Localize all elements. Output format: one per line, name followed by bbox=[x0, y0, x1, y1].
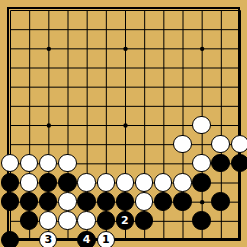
board-intersection bbox=[20, 39, 39, 58]
board-intersection bbox=[230, 134, 247, 153]
board-intersection bbox=[77, 58, 96, 77]
board-intersection bbox=[230, 96, 247, 115]
board-intersection bbox=[0, 0, 19, 19]
board-intersection bbox=[211, 0, 230, 19]
board-intersection bbox=[192, 173, 211, 192]
board-intersection bbox=[115, 115, 134, 134]
board-intersection bbox=[58, 230, 77, 247]
board-intersection bbox=[20, 58, 39, 77]
board-intersection: 2 bbox=[115, 211, 134, 230]
board-intersection bbox=[192, 96, 211, 115]
board-intersection bbox=[211, 230, 230, 247]
board-intersection bbox=[96, 77, 115, 96]
board-intersection bbox=[20, 154, 39, 173]
board-intersection bbox=[230, 58, 247, 77]
white-stone bbox=[20, 154, 38, 172]
go-board: 2341 bbox=[0, 0, 247, 247]
white-stone bbox=[58, 211, 76, 229]
board-intersection bbox=[230, 115, 247, 134]
board-intersection bbox=[173, 173, 192, 192]
board-intersection bbox=[211, 173, 230, 192]
board-intersection bbox=[230, 39, 247, 58]
board-intersection bbox=[77, 20, 96, 39]
board-intersection bbox=[115, 39, 134, 58]
board-intersection bbox=[58, 0, 77, 19]
board-intersection bbox=[20, 20, 39, 39]
board-intersection bbox=[58, 154, 77, 173]
board-intersection bbox=[39, 173, 58, 192]
board-intersection bbox=[115, 192, 134, 211]
board-intersection bbox=[134, 58, 153, 77]
board-intersection bbox=[154, 20, 173, 39]
board-intersection bbox=[0, 192, 19, 211]
black-stone bbox=[154, 192, 172, 210]
board-intersection bbox=[115, 173, 134, 192]
board-intersection bbox=[192, 134, 211, 153]
board-intersection bbox=[77, 173, 96, 192]
board-intersection bbox=[154, 211, 173, 230]
board-intersection bbox=[115, 0, 134, 19]
white-stone bbox=[39, 154, 57, 172]
board-intersection bbox=[0, 77, 19, 96]
board-intersection bbox=[173, 192, 192, 211]
white-stone bbox=[211, 135, 229, 153]
board-intersection bbox=[173, 230, 192, 247]
board-intersection bbox=[77, 154, 96, 173]
board-intersection bbox=[39, 211, 58, 230]
board-intersection bbox=[77, 211, 96, 230]
board-intersection bbox=[192, 192, 211, 211]
white-stone bbox=[192, 154, 210, 172]
white-stone bbox=[173, 173, 191, 191]
board-intersection bbox=[192, 20, 211, 39]
board-intersection bbox=[77, 77, 96, 96]
board-intersection bbox=[58, 192, 77, 211]
board-intersection bbox=[134, 115, 153, 134]
black-stone bbox=[135, 211, 153, 229]
board-intersection bbox=[211, 96, 230, 115]
board-intersection bbox=[230, 173, 247, 192]
board-intersection bbox=[96, 211, 115, 230]
white-stone-move-1: 1 bbox=[97, 231, 115, 247]
board-intersection bbox=[0, 134, 19, 153]
board-intersection bbox=[154, 77, 173, 96]
board-intersection bbox=[211, 77, 230, 96]
board-intersection bbox=[58, 134, 77, 153]
board-intersection bbox=[0, 173, 19, 192]
white-stone bbox=[116, 173, 134, 191]
white-stone bbox=[135, 192, 153, 210]
board-intersection bbox=[58, 77, 77, 96]
white-stone-move-3: 3 bbox=[39, 231, 57, 247]
board-intersection bbox=[211, 58, 230, 77]
board-intersection bbox=[20, 192, 39, 211]
board-intersection bbox=[58, 20, 77, 39]
board-intersection bbox=[96, 192, 115, 211]
board-intersection bbox=[211, 20, 230, 39]
go-diagram: 2341 bbox=[0, 0, 247, 247]
board-intersection bbox=[0, 211, 19, 230]
board-intersection bbox=[230, 77, 247, 96]
white-stone bbox=[58, 154, 76, 172]
board-intersection bbox=[115, 58, 134, 77]
board-intersection bbox=[39, 192, 58, 211]
board-intersection bbox=[173, 39, 192, 58]
board-intersection bbox=[96, 96, 115, 115]
board-intersection bbox=[96, 0, 115, 19]
board-intersection bbox=[230, 211, 247, 230]
board-intersection bbox=[230, 192, 247, 211]
board-intersection bbox=[96, 58, 115, 77]
board-intersection bbox=[39, 96, 58, 115]
board-intersection bbox=[39, 39, 58, 58]
board-intersection bbox=[173, 58, 192, 77]
board-intersection bbox=[154, 173, 173, 192]
board-intersection bbox=[192, 154, 211, 173]
board-intersection bbox=[0, 58, 19, 77]
white-stone bbox=[154, 173, 172, 191]
white-stone bbox=[39, 211, 57, 229]
board-intersection bbox=[230, 0, 247, 19]
board-intersection bbox=[0, 230, 19, 247]
board-intersection bbox=[211, 154, 230, 173]
board-intersection bbox=[20, 115, 39, 134]
board-intersection bbox=[0, 154, 19, 173]
board-intersection bbox=[134, 0, 153, 19]
board-intersection bbox=[39, 0, 58, 19]
board-intersection bbox=[115, 96, 134, 115]
board-intersection bbox=[211, 134, 230, 153]
white-stone bbox=[97, 173, 115, 191]
board-intersection bbox=[134, 96, 153, 115]
board-intersection bbox=[134, 230, 153, 247]
board-intersection bbox=[58, 39, 77, 58]
board-intersection bbox=[192, 230, 211, 247]
board-intersection bbox=[96, 154, 115, 173]
board-intersection bbox=[96, 173, 115, 192]
board-intersection bbox=[0, 96, 19, 115]
board-intersection bbox=[77, 0, 96, 19]
black-stone-move-4: 4 bbox=[77, 231, 95, 247]
board-intersection bbox=[58, 96, 77, 115]
board-intersection bbox=[77, 96, 96, 115]
board-intersection bbox=[192, 58, 211, 77]
white-stone bbox=[77, 211, 95, 229]
board-intersection bbox=[173, 96, 192, 115]
board-intersection bbox=[173, 77, 192, 96]
board-intersection bbox=[154, 115, 173, 134]
board-intersection bbox=[0, 20, 19, 39]
board-intersection: 3 bbox=[39, 230, 58, 247]
black-stone bbox=[39, 173, 57, 191]
board-intersection bbox=[154, 39, 173, 58]
board-intersection bbox=[58, 115, 77, 134]
board-intersection bbox=[230, 20, 247, 39]
black-stone bbox=[1, 231, 19, 247]
board-intersection bbox=[173, 20, 192, 39]
black-stone bbox=[97, 192, 115, 210]
board-intersection bbox=[115, 20, 134, 39]
board-intersection bbox=[20, 96, 39, 115]
board-intersection bbox=[134, 192, 153, 211]
board-intersection bbox=[134, 211, 153, 230]
board-intersection bbox=[20, 0, 39, 19]
board-intersection bbox=[58, 173, 77, 192]
white-stone bbox=[58, 192, 76, 210]
board-intersection bbox=[58, 58, 77, 77]
board-intersection bbox=[211, 39, 230, 58]
board-intersection bbox=[134, 134, 153, 153]
board-intersection bbox=[192, 0, 211, 19]
board-intersection bbox=[154, 230, 173, 247]
black-stone bbox=[20, 192, 38, 210]
board-intersection bbox=[115, 134, 134, 153]
white-stone bbox=[20, 173, 38, 191]
board-intersection bbox=[173, 115, 192, 134]
black-stone bbox=[1, 192, 19, 210]
board-intersection bbox=[39, 77, 58, 96]
board-intersection bbox=[96, 115, 115, 134]
board-intersection bbox=[20, 77, 39, 96]
board-intersection bbox=[20, 211, 39, 230]
board-intersection bbox=[230, 154, 247, 173]
board-intersection bbox=[58, 211, 77, 230]
board-intersection bbox=[96, 39, 115, 58]
board-intersection bbox=[154, 134, 173, 153]
board-intersection bbox=[211, 115, 230, 134]
black-stone bbox=[39, 192, 57, 210]
black-stone bbox=[211, 192, 229, 210]
board-intersection bbox=[134, 173, 153, 192]
board-intersection bbox=[20, 134, 39, 153]
white-stone bbox=[1, 154, 19, 172]
board-intersection bbox=[20, 173, 39, 192]
board-intersection bbox=[96, 20, 115, 39]
white-stone bbox=[192, 116, 210, 134]
board-intersection bbox=[20, 230, 39, 247]
board-intersection bbox=[39, 20, 58, 39]
black-stone bbox=[192, 173, 210, 191]
board-intersection bbox=[134, 39, 153, 58]
black-stone bbox=[1, 173, 19, 191]
board-intersection bbox=[77, 134, 96, 153]
board-intersection bbox=[115, 230, 134, 247]
black-stone bbox=[211, 154, 229, 172]
board-intersection bbox=[211, 192, 230, 211]
board-intersection bbox=[115, 77, 134, 96]
board-intersection: 4 bbox=[77, 230, 96, 247]
black-stone bbox=[97, 211, 115, 229]
board-intersection bbox=[0, 115, 19, 134]
board-intersection bbox=[39, 58, 58, 77]
board-intersection bbox=[173, 154, 192, 173]
board-intersection bbox=[173, 211, 192, 230]
white-stone bbox=[173, 135, 191, 153]
board-intersection: 1 bbox=[96, 230, 115, 247]
board-intersection bbox=[192, 39, 211, 58]
board-intersection bbox=[77, 115, 96, 134]
black-stone bbox=[77, 192, 95, 210]
white-stone bbox=[77, 173, 95, 191]
board-intersection bbox=[39, 134, 58, 153]
board-intersection bbox=[211, 211, 230, 230]
board-intersection bbox=[0, 39, 19, 58]
board-intersection bbox=[134, 154, 153, 173]
board-intersection bbox=[154, 0, 173, 19]
board-intersection bbox=[154, 192, 173, 211]
board-intersection bbox=[115, 154, 134, 173]
board-intersection bbox=[173, 0, 192, 19]
board-intersection bbox=[39, 154, 58, 173]
black-stone bbox=[58, 173, 76, 191]
white-stone bbox=[231, 135, 247, 153]
black-stone bbox=[192, 211, 210, 229]
board-intersection bbox=[192, 115, 211, 134]
black-stone bbox=[20, 211, 38, 229]
white-stone bbox=[135, 173, 153, 191]
board-intersection bbox=[39, 115, 58, 134]
black-stone bbox=[116, 192, 134, 210]
board-intersection bbox=[173, 134, 192, 153]
board-intersection bbox=[77, 39, 96, 58]
board-intersection bbox=[96, 134, 115, 153]
board-intersection bbox=[230, 230, 247, 247]
board-intersection bbox=[77, 192, 96, 211]
board-intersection bbox=[134, 20, 153, 39]
board-intersection bbox=[134, 77, 153, 96]
board-intersection bbox=[154, 58, 173, 77]
board-intersection bbox=[192, 77, 211, 96]
board-intersection bbox=[192, 211, 211, 230]
black-stone bbox=[231, 154, 247, 172]
board-intersection bbox=[154, 154, 173, 173]
board-intersection bbox=[154, 96, 173, 115]
black-stone bbox=[173, 192, 191, 210]
black-stone-move-2: 2 bbox=[116, 211, 134, 229]
